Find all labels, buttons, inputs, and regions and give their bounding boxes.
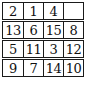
board-row-4: 9 7 14 10	[2, 59, 84, 77]
tile-cell[interactable]: 5	[3, 41, 23, 57]
tile-cell[interactable]: 6	[23, 22, 43, 38]
board-row-1: 2 1 4	[2, 2, 84, 20]
blank-cell	[63, 3, 83, 19]
board-row-3: 5 11 3 12	[2, 40, 84, 58]
tile-cell[interactable]: 10	[63, 60, 83, 76]
tile-cell[interactable]: 7	[23, 60, 43, 76]
tile-cell[interactable]: 1	[23, 3, 43, 19]
board-row-2: 13 6 15 8	[2, 21, 84, 39]
tile-cell[interactable]: 13	[3, 22, 23, 38]
tile-cell[interactable]: 14	[43, 60, 63, 76]
tile-cell[interactable]: 2	[3, 3, 23, 19]
tile-cell[interactable]: 12	[63, 41, 83, 57]
tile-cell[interactable]: 3	[43, 41, 63, 57]
tile-cell[interactable]: 8	[63, 22, 83, 38]
fifteen-puzzle-board: 2 1 4 13 6 15 8 5 11 3 12 9 7 14 10	[0, 0, 84, 77]
tile-cell[interactable]: 9	[3, 60, 23, 76]
tile-cell[interactable]: 11	[23, 41, 43, 57]
tile-cell[interactable]: 15	[43, 22, 63, 38]
tile-cell[interactable]: 4	[43, 3, 63, 19]
